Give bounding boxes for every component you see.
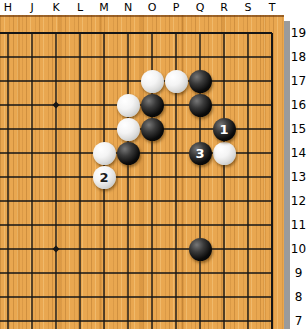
row-label: 12 xyxy=(289,193,308,209)
column-label: T xyxy=(262,0,282,15)
column-label: O xyxy=(142,0,162,15)
row-label: 18 xyxy=(289,49,308,65)
board-top-edge xyxy=(0,15,284,17)
row-label: 14 xyxy=(289,145,308,161)
black-stone[interactable] xyxy=(189,70,212,93)
white-stone[interactable] xyxy=(213,142,236,165)
column-label: S xyxy=(238,0,258,15)
white-stone[interactable]: 2 xyxy=(93,166,116,189)
row-label: 19 xyxy=(289,25,308,41)
white-stone[interactable] xyxy=(93,142,116,165)
white-stone[interactable] xyxy=(117,94,140,117)
row-label: 7 xyxy=(289,313,308,329)
go-diagram: 213 HJKLMNOPQRST19181716151413121110987 xyxy=(0,0,308,329)
white-stone[interactable] xyxy=(141,70,164,93)
column-label: N xyxy=(118,0,138,15)
column-label: L xyxy=(70,0,90,15)
row-label: 9 xyxy=(289,265,308,281)
row-label: 13 xyxy=(289,169,308,185)
column-label: J xyxy=(22,0,42,15)
column-label: K xyxy=(46,0,66,15)
white-stone[interactable] xyxy=(165,70,188,93)
row-label: 8 xyxy=(289,289,308,305)
row-label: 11 xyxy=(289,217,308,233)
black-stone[interactable]: 1 xyxy=(213,118,236,141)
column-label: Q xyxy=(190,0,210,15)
black-stone[interactable]: 3 xyxy=(189,142,212,165)
black-stone[interactable] xyxy=(189,238,212,261)
black-stone[interactable] xyxy=(189,94,212,117)
white-stone[interactable] xyxy=(117,118,140,141)
move-number: 2 xyxy=(99,170,108,183)
row-label: 10 xyxy=(289,241,308,257)
column-label: M xyxy=(94,0,114,15)
move-number: 3 xyxy=(195,146,204,159)
go-board[interactable] xyxy=(0,15,284,329)
row-label: 16 xyxy=(289,97,308,113)
column-label: P xyxy=(166,0,186,15)
black-stone[interactable] xyxy=(117,142,140,165)
move-number: 1 xyxy=(219,122,228,135)
black-stone[interactable] xyxy=(141,118,164,141)
row-label: 15 xyxy=(289,121,308,137)
column-label: H xyxy=(0,0,18,15)
row-label: 17 xyxy=(289,73,308,89)
black-stone[interactable] xyxy=(141,94,164,117)
column-label: R xyxy=(214,0,234,15)
